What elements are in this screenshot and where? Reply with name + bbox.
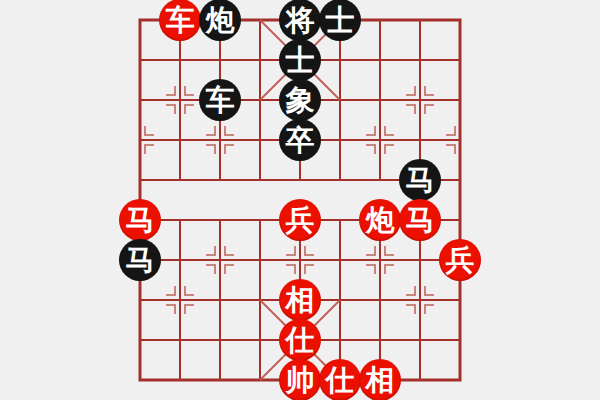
piece-black-cannon[interactable]: 炮 xyxy=(199,0,241,41)
board-point-f3r4[interactable] xyxy=(240,160,280,200)
board-point-f5r1[interactable] xyxy=(320,40,360,80)
board-point-f3r7[interactable] xyxy=(240,280,280,320)
piece-black-advisor[interactable]: 士 xyxy=(319,0,361,41)
board-point-f3r2[interactable] xyxy=(240,80,280,120)
piece-red-advisor[interactable]: 仕 xyxy=(319,359,361,400)
piece-black-advisor[interactable]: 士 xyxy=(279,39,321,81)
board-point-f8r2[interactable] xyxy=(440,80,480,120)
board-point-f3r8[interactable] xyxy=(240,320,280,360)
board-point-f1r4[interactable] xyxy=(160,160,200,200)
board-point-f5r7[interactable] xyxy=(320,280,360,320)
board-point-f5r9[interactable]: 仕 xyxy=(320,360,360,400)
board-point-f7r5[interactable]: 马 xyxy=(400,200,440,240)
board-point-f0r7[interactable] xyxy=(120,280,160,320)
board-point-f3r3[interactable] xyxy=(240,120,280,160)
board-point-f6r7[interactable] xyxy=(360,280,400,320)
board-point-f8r0[interactable] xyxy=(440,0,480,40)
piece-red-soldier[interactable]: 兵 xyxy=(439,239,481,281)
piece-red-soldier[interactable]: 兵 xyxy=(279,199,321,241)
board-point-f3r1[interactable] xyxy=(240,40,280,80)
board-point-f0r5[interactable]: 马 xyxy=(120,200,160,240)
board-point-f8r5[interactable] xyxy=(440,200,480,240)
board-point-f8r8[interactable] xyxy=(440,320,480,360)
board-point-f2r1[interactable] xyxy=(200,40,240,80)
board-point-f1r5[interactable] xyxy=(160,200,200,240)
piece-black-elephant[interactable]: 象 xyxy=(279,79,321,121)
board-point-f0r4[interactable] xyxy=(120,160,160,200)
board-point-f8r1[interactable] xyxy=(440,40,480,80)
board-point-f5r3[interactable] xyxy=(320,120,360,160)
board-point-f0r0[interactable] xyxy=(120,0,160,40)
board-point-f4r0[interactable]: 将 xyxy=(280,0,320,40)
board-point-f2r4[interactable] xyxy=(200,160,240,200)
piece-black-chariot[interactable]: 车 xyxy=(199,79,241,121)
piece-red-horse[interactable]: 马 xyxy=(119,199,161,241)
board-point-f8r4[interactable] xyxy=(440,160,480,200)
piece-red-elephant[interactable]: 相 xyxy=(279,279,321,321)
board-point-f3r0[interactable] xyxy=(240,0,280,40)
board-point-f6r4[interactable] xyxy=(360,160,400,200)
piece-red-general[interactable]: 帅 xyxy=(279,359,321,400)
board-point-f1r2[interactable] xyxy=(160,80,200,120)
board-point-f6r6[interactable] xyxy=(360,240,400,280)
board-point-f1r1[interactable] xyxy=(160,40,200,80)
board-point-f6r3[interactable] xyxy=(360,120,400,160)
board-point-f4r1[interactable]: 士 xyxy=(280,40,320,80)
piece-red-cannon[interactable]: 炮 xyxy=(359,199,401,241)
board-point-f7r4[interactable]: 马 xyxy=(400,160,440,200)
board-point-f4r7[interactable]: 相 xyxy=(280,280,320,320)
piece-red-chariot[interactable]: 车 xyxy=(159,0,201,41)
board-point-f7r0[interactable] xyxy=(400,0,440,40)
board-point-f7r6[interactable] xyxy=(400,240,440,280)
board-point-f7r2[interactable] xyxy=(400,80,440,120)
board-point-f6r0[interactable] xyxy=(360,0,400,40)
board-point-f2r5[interactable] xyxy=(200,200,240,240)
piece-black-horse[interactable]: 马 xyxy=(119,239,161,281)
board-point-f7r8[interactable] xyxy=(400,320,440,360)
board-point-f6r8[interactable] xyxy=(360,320,400,360)
piece-black-soldier[interactable]: 卒 xyxy=(279,119,321,161)
board-point-f8r3[interactable] xyxy=(440,120,480,160)
board-point-f8r6[interactable]: 兵 xyxy=(440,240,480,280)
board-point-f4r5[interactable]: 兵 xyxy=(280,200,320,240)
board-point-f3r6[interactable] xyxy=(240,240,280,280)
board-point-f4r8[interactable]: 仕 xyxy=(280,320,320,360)
board-point-f1r8[interactable] xyxy=(160,320,200,360)
board-point-f6r1[interactable] xyxy=(360,40,400,80)
board-point-f6r9[interactable]: 相 xyxy=(360,360,400,400)
board-point-f6r5[interactable]: 炮 xyxy=(360,200,400,240)
piece-black-general[interactable]: 将 xyxy=(279,0,321,41)
board-point-f0r6[interactable]: 马 xyxy=(120,240,160,280)
board-point-f5r6[interactable] xyxy=(320,240,360,280)
board-point-f4r4[interactable] xyxy=(280,160,320,200)
board-point-f2r2[interactable]: 车 xyxy=(200,80,240,120)
board-point-f1r6[interactable] xyxy=(160,240,200,280)
board-point-f5r8[interactable] xyxy=(320,320,360,360)
xiangqi-board: 车炮将士士车象卒马马兵炮马马兵相仕帅仕相 xyxy=(120,0,480,400)
board-point-f2r0[interactable]: 炮 xyxy=(200,0,240,40)
board-point-f3r5[interactable] xyxy=(240,200,280,240)
board-point-f5r5[interactable] xyxy=(320,200,360,240)
board-point-f6r2[interactable] xyxy=(360,80,400,120)
board-point-f4r3[interactable]: 卒 xyxy=(280,120,320,160)
board-point-f0r2[interactable] xyxy=(120,80,160,120)
board-point-f1r9[interactable] xyxy=(160,360,200,400)
board-point-f8r9[interactable] xyxy=(440,360,480,400)
board-point-f0r9[interactable] xyxy=(120,360,160,400)
board-point-f2r9[interactable] xyxy=(200,360,240,400)
board-point-f7r9[interactable] xyxy=(400,360,440,400)
piece-red-advisor[interactable]: 仕 xyxy=(279,319,321,361)
piece-black-horse[interactable]: 马 xyxy=(399,159,441,201)
board-point-f4r6[interactable] xyxy=(280,240,320,280)
board-point-f4r2[interactable]: 象 xyxy=(280,80,320,120)
board-point-f2r7[interactable] xyxy=(200,280,240,320)
board-point-f1r7[interactable] xyxy=(160,280,200,320)
board-point-f7r1[interactable] xyxy=(400,40,440,80)
board-point-f1r0[interactable]: 车 xyxy=(160,0,200,40)
board-point-f0r8[interactable] xyxy=(120,320,160,360)
board-point-f5r4[interactable] xyxy=(320,160,360,200)
board-point-f3r9[interactable] xyxy=(240,360,280,400)
board-point-f8r7[interactable] xyxy=(440,280,480,320)
board-point-f5r0[interactable]: 士 xyxy=(320,0,360,40)
board-point-f7r3[interactable] xyxy=(400,120,440,160)
piece-red-horse[interactable]: 马 xyxy=(399,199,441,241)
board-point-f4r9[interactable]: 帅 xyxy=(280,360,320,400)
board-point-f2r3[interactable] xyxy=(200,120,240,160)
board-point-f2r8[interactable] xyxy=(200,320,240,360)
xiangqi-app: 车炮将士士车象卒马马兵炮马马兵相仕帅仕相 xyxy=(0,0,600,400)
piece-red-elephant[interactable]: 相 xyxy=(359,359,401,400)
board-point-f0r3[interactable] xyxy=(120,120,160,160)
board-point-f0r1[interactable] xyxy=(120,40,160,80)
board-point-f5r2[interactable] xyxy=(320,80,360,120)
board-point-f2r6[interactable] xyxy=(200,240,240,280)
board-point-f1r3[interactable] xyxy=(160,120,200,160)
board-point-f7r7[interactable] xyxy=(400,280,440,320)
